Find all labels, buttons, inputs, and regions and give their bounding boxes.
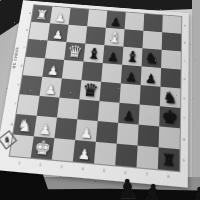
square-a5: ♟ [106, 11, 126, 29]
photo-noise-speckles-2 [0, 0, 1, 1]
captured-piece-black-pawn: ♟ [188, 184, 200, 200]
piece-black-king: ♚ [161, 107, 178, 127]
piece-black-rook: ♜ [161, 152, 176, 170]
square-a3 [69, 8, 89, 26]
piece-white-pawn: ♟ [38, 122, 52, 137]
piece-black-bishop: ♝ [125, 50, 140, 66]
coordinate-label: g [9, 118, 15, 130]
square-d3 [62, 60, 84, 80]
piece-black-knight: ♞ [144, 51, 158, 67]
square-d7: ♟ [141, 66, 161, 86]
vinyl-board: US CHESS ♞ abcdefgh abcdefgh 12345678 ♜♟… [0, 0, 189, 188]
piece-black-pawn: ♟ [145, 72, 157, 85]
square-b7 [142, 31, 162, 50]
square-c2 [45, 41, 66, 60]
piece-white-rook: ♜ [35, 9, 49, 22]
captured-piece-black-pawn: ♟ [140, 180, 165, 200]
square-f2 [37, 96, 60, 118]
piece-black-pawn: ♟ [107, 51, 119, 64]
square-b8 [162, 32, 181, 51]
square-g3 [54, 118, 77, 140]
square-f6: ♟ [118, 103, 140, 125]
square-d5 [101, 63, 122, 83]
coordinate-label: c [182, 56, 186, 66]
square-c6: ♝ [122, 47, 142, 67]
square-f4 [77, 99, 99, 121]
square-c4: ♝ [83, 44, 104, 64]
square-f5 [98, 101, 120, 123]
square-h7 [136, 146, 158, 170]
square-h8: ♜ [158, 147, 180, 171]
board-grid: ♜♟♟♟♝♛♝♟♝♞♟♟♟♟♛♞♟♚♞♟♟♚♟♜ [10, 5, 182, 171]
coordinate-label: 7 [141, 172, 153, 178]
file-labels-right: abcdefgh [179, 17, 189, 172]
square-a8 [162, 15, 181, 33]
piece-white-pawn: ♟ [52, 29, 64, 41]
square-f8: ♚ [159, 106, 180, 128]
piece-black-pawn: ♟ [125, 71, 137, 84]
piece-white-pawn: ♟ [44, 83, 57, 96]
square-e6 [120, 83, 141, 104]
coordinate-label: b [183, 38, 187, 48]
square-b2: ♟ [47, 23, 68, 42]
square-c7: ♞ [142, 48, 162, 68]
piece-black-bishop: ♝ [86, 46, 101, 62]
coordinate-label: d [18, 60, 24, 70]
piece-white-king: ♚ [33, 138, 52, 159]
coordinate-label: c [22, 43, 28, 53]
piece-white-pawn: ♟ [54, 12, 66, 24]
coordinate-label: 2 [34, 162, 46, 168]
coordinate-label: 4 [77, 166, 89, 172]
piece-black-knight: ♞ [163, 90, 178, 107]
coordinate-label: 5 [98, 168, 110, 174]
piece-black-pawn: ♟ [122, 109, 135, 123]
coordinate-label: b [24, 25, 30, 35]
square-d6: ♟ [121, 65, 142, 85]
square-h6 [115, 144, 137, 168]
coordinate-label: e [15, 79, 21, 90]
square-a7 [143, 14, 162, 32]
square-e4: ♛ [79, 80, 101, 101]
square-g4: ♟ [75, 119, 98, 142]
coordinate-label: d [182, 74, 186, 85]
coordinate-label: g [182, 133, 187, 145]
coordinate-label: 1 [13, 160, 25, 166]
square-g8 [159, 126, 180, 149]
chessboard-photo: US CHESS ♞ abcdefgh abcdefgh 12345678 ♜♟… [0, 0, 200, 200]
piece-white-queen: ♛ [66, 43, 83, 60]
coordinate-label: f [12, 98, 18, 109]
piece-black-pawn: ♟ [110, 16, 122, 28]
square-c3: ♛ [64, 42, 85, 61]
coordinate-label: f [182, 113, 187, 125]
coordinate-label: a [27, 8, 33, 17]
coordinate-label: a [183, 21, 187, 31]
piece-white-pawn: ♟ [77, 147, 91, 162]
coordinate-label: h [5, 139, 11, 151]
table-edge-right [192, 0, 200, 200]
square-a4 [87, 9, 107, 27]
square-e5 [99, 82, 120, 103]
square-b5: ♝ [104, 28, 124, 47]
piece-white-bishop: ♝ [107, 31, 122, 46]
square-e2: ♟ [40, 77, 62, 98]
square-g7 [138, 125, 160, 148]
square-e3 [59, 78, 81, 99]
square-h4: ♟ [73, 140, 96, 163]
coordinate-label: e [182, 93, 187, 104]
square-h3 [52, 138, 75, 161]
square-c5: ♟ [103, 45, 124, 65]
square-d2: ♟ [42, 58, 64, 78]
square-h2: ♚ [31, 136, 55, 159]
square-g5 [96, 121, 118, 144]
piece-black-queen: ♛ [81, 81, 99, 100]
square-d8 [160, 68, 180, 88]
piece-white-knight: ♞ [16, 117, 33, 135]
captured-piece-black-pawn: ♟ [115, 175, 140, 200]
piece-white-pawn: ♟ [47, 64, 60, 77]
square-b6 [123, 29, 143, 48]
square-f7 [139, 105, 160, 127]
square-b4 [85, 26, 106, 45]
coordinate-label: 3 [55, 164, 67, 170]
square-f3 [57, 98, 79, 120]
coordinate-label: h [181, 154, 186, 166]
square-a2: ♟ [50, 7, 71, 25]
square-a6 [125, 12, 145, 30]
square-h5 [94, 142, 117, 165]
square-e7 [140, 85, 161, 106]
square-g6 [117, 123, 139, 146]
piece-white-pawn: ♟ [80, 126, 93, 141]
square-c8 [161, 50, 181, 70]
